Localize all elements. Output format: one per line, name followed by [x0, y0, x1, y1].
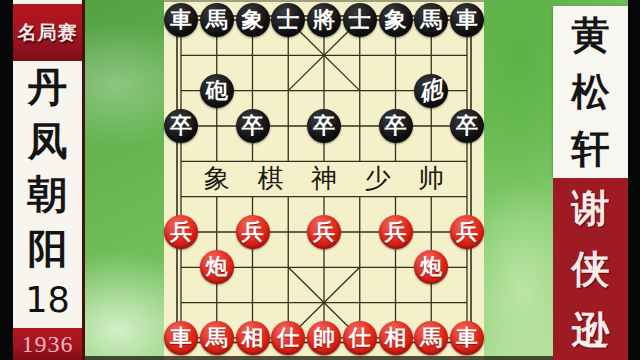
black-elephant[interactable]: 象 — [236, 3, 270, 37]
black-horse[interactable]: 馬 — [414, 3, 448, 37]
xiangqi-board: 象 棋 神 少 帅 車馬象士將士象馬車砲砲卒卒卒卒卒兵兵兵兵兵炮炮車馬相仕帥仕相… — [164, 0, 484, 360]
player-red-char: 侠 — [572, 250, 610, 288]
board-pieces: 車馬象士將士象馬車砲砲卒卒卒卒卒兵兵兵兵兵炮炮車馬相仕帥仕相馬車 — [164, 0, 484, 360]
red-advisor[interactable]: 仕 — [271, 321, 305, 355]
red-horse[interactable]: 馬 — [414, 321, 448, 355]
black-advisor[interactable]: 士 — [343, 3, 377, 37]
year-label: 1936 — [22, 331, 74, 357]
black-cannon[interactable]: 砲 — [414, 74, 448, 108]
black-soldier[interactable]: 卒 — [379, 109, 413, 143]
red-soldier[interactable]: 兵 — [307, 215, 341, 249]
black-chariot[interactable]: 車 — [450, 3, 484, 37]
title-char: 朝 — [28, 175, 68, 215]
red-chariot[interactable]: 車 — [450, 321, 484, 355]
title-char: 阳 — [28, 229, 68, 269]
red-soldier[interactable]: 兵 — [450, 215, 484, 249]
frame-bottom-edge — [85, 356, 553, 360]
title-char: 丹 — [28, 68, 68, 108]
red-chariot[interactable]: 車 — [164, 321, 198, 355]
game-title-column: 丹 凤 朝 阳 18 — [13, 61, 82, 325]
right-black-bar — [628, 0, 640, 360]
red-cannon[interactable]: 炮 — [200, 250, 234, 284]
red-horse[interactable]: 馬 — [200, 321, 234, 355]
black-soldier[interactable]: 卒 — [450, 109, 484, 143]
red-elephant[interactable]: 相 — [379, 321, 413, 355]
left-info-panel: 名局赛 丹 凤 朝 阳 18 1936 — [13, 0, 85, 360]
video-frame: 名局赛 丹 凤 朝 阳 18 1936 象 棋 神 少 帅 車馬象士將士象馬車砲… — [0, 0, 640, 360]
black-horse[interactable]: 馬 — [200, 3, 234, 37]
red-advisor[interactable]: 仕 — [343, 321, 377, 355]
left-black-bar — [0, 0, 13, 360]
year-banner: 1936 — [13, 328, 85, 360]
game-number: 18 — [25, 283, 70, 318]
player-black-char: 轩 — [572, 130, 610, 168]
player-red-char: 谢 — [572, 189, 610, 227]
black-general[interactable]: 將 — [307, 3, 341, 37]
title-char: 凤 — [28, 122, 68, 162]
black-elephant[interactable]: 象 — [379, 3, 413, 37]
player-black-char: 松 — [572, 73, 610, 111]
event-banner: 名局赛 — [13, 4, 85, 61]
player-black-char: 黄 — [572, 16, 610, 54]
player-red-panel: 谢 侠 逊 — [553, 178, 628, 360]
red-soldier[interactable]: 兵 — [379, 215, 413, 249]
red-elephant[interactable]: 相 — [236, 321, 270, 355]
black-soldier[interactable]: 卒 — [307, 109, 341, 143]
black-cannon[interactable]: 砲 — [200, 74, 234, 108]
red-general[interactable]: 帥 — [307, 321, 341, 355]
red-soldier[interactable]: 兵 — [236, 215, 270, 249]
player-red-char: 逊 — [572, 311, 610, 349]
red-soldier[interactable]: 兵 — [164, 215, 198, 249]
black-chariot[interactable]: 車 — [164, 3, 198, 37]
black-advisor[interactable]: 士 — [271, 3, 305, 37]
player-black-panel: 黄 松 轩 — [553, 6, 628, 178]
black-soldier[interactable]: 卒 — [236, 109, 270, 143]
event-banner-label: 名局赛 — [18, 22, 78, 43]
black-soldier[interactable]: 卒 — [164, 109, 198, 143]
red-cannon[interactable]: 炮 — [414, 250, 448, 284]
